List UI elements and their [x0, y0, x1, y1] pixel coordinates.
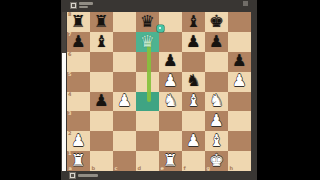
square-g6[interactable]	[205, 52, 228, 72]
white-knight-e4[interactable]: ♞	[159, 92, 182, 112]
square-e3[interactable]	[159, 111, 182, 131]
square-f7[interactable]: ♟	[182, 32, 205, 52]
white-pawn-h5[interactable]: ♟	[228, 72, 251, 92]
square-g8[interactable]: ♚	[205, 12, 228, 32]
square-b8[interactable]: ♜	[90, 12, 113, 32]
square-b6[interactable]	[90, 52, 113, 72]
square-h7[interactable]	[228, 32, 251, 52]
square-c6[interactable]	[113, 52, 136, 72]
bottom-player-name	[78, 174, 98, 177]
white-pawn-e5[interactable]: ♟	[159, 72, 182, 92]
white-pawn-c4[interactable]: ♟	[113, 92, 136, 112]
square-e2[interactable]	[159, 131, 182, 151]
square-g7[interactable]: ♟	[205, 32, 228, 52]
square-b7[interactable]: ♝	[90, 32, 113, 52]
square-d1[interactable]: d	[136, 151, 159, 171]
best-move-badge-icon	[157, 25, 164, 32]
top-player-rating	[79, 6, 88, 8]
rank-label-2: 2	[68, 131, 71, 136]
square-a4[interactable]: 4	[67, 92, 90, 112]
square-a3[interactable]: 3	[67, 111, 90, 131]
square-g5[interactable]	[205, 72, 228, 92]
square-c5[interactable]	[113, 72, 136, 92]
white-bishop-f4[interactable]: ♝	[182, 92, 205, 112]
file-label-a: a	[69, 166, 72, 171]
rank-label-8: 8	[68, 12, 71, 17]
black-rook-b8[interactable]: ♜	[90, 12, 113, 32]
square-f5[interactable]: ♞	[182, 72, 205, 92]
file-label-d: d	[138, 166, 142, 171]
square-b4[interactable]: ♟	[90, 92, 113, 112]
square-f3[interactable]	[182, 111, 205, 131]
file-label-f: f	[184, 166, 186, 171]
video-frame: 8♜♜♛♝♚7♟♝♛♟♟6♟♟5♟♞♟4♟♟♞♝♞3♟2♟♟♝1a♜bcde♜f…	[0, 0, 320, 180]
black-pawn-f7[interactable]: ♟	[182, 32, 205, 52]
file-label-e: e	[161, 166, 164, 171]
rank-label-1: 1	[68, 151, 71, 156]
file-label-h: h	[230, 166, 234, 171]
square-d3[interactable]	[136, 111, 159, 131]
square-b1[interactable]: b	[90, 151, 113, 171]
black-bishop-b7[interactable]: ♝	[90, 32, 113, 52]
square-a7[interactable]: 7♟	[67, 32, 90, 52]
file-label-g: g	[207, 166, 211, 171]
square-f2[interactable]: ♟	[182, 131, 205, 151]
file-label-c: c	[115, 166, 118, 171]
square-e4[interactable]: ♞	[159, 92, 182, 112]
square-b5[interactable]	[90, 72, 113, 92]
square-c1[interactable]: c	[113, 151, 136, 171]
white-pawn-f2[interactable]: ♟	[182, 131, 205, 151]
square-g2[interactable]: ♝	[205, 131, 228, 151]
square-e1[interactable]: e♜	[159, 151, 182, 171]
square-a2[interactable]: 2♟	[67, 131, 90, 151]
square-c7[interactable]	[113, 32, 136, 52]
square-e5[interactable]: ♟	[159, 72, 182, 92]
black-pawn-e6[interactable]: ♟	[159, 52, 182, 72]
black-bishop-f8[interactable]: ♝	[182, 12, 205, 32]
square-f1[interactable]: f	[182, 151, 205, 171]
top-player-avatar-icon	[70, 2, 77, 9]
square-g1[interactable]: g♚	[205, 151, 228, 171]
square-c4[interactable]: ♟	[113, 92, 136, 112]
square-a6[interactable]: 6	[67, 52, 90, 72]
square-c8[interactable]	[113, 12, 136, 32]
eval-bar	[62, 12, 66, 171]
white-knight-g4[interactable]: ♞	[205, 92, 228, 112]
square-h6[interactable]: ♟	[228, 52, 251, 72]
black-pawn-h6[interactable]: ♟	[228, 52, 251, 72]
rank-label-5: 5	[68, 72, 71, 77]
square-a1[interactable]: 1a♜	[67, 151, 90, 171]
square-b2[interactable]	[90, 131, 113, 151]
rank-label-6: 6	[68, 52, 71, 57]
square-g3[interactable]: ♟	[205, 111, 228, 131]
rank-label-7: 7	[68, 32, 71, 37]
black-pawn-g7[interactable]: ♟	[205, 32, 228, 52]
eval-bar-white-fill	[62, 53, 66, 171]
black-king-g8[interactable]: ♚	[205, 12, 228, 32]
square-c2[interactable]	[113, 131, 136, 151]
square-f6[interactable]	[182, 52, 205, 72]
top-player-name	[79, 2, 93, 5]
rank-label-3: 3	[68, 111, 71, 116]
square-e7[interactable]	[159, 32, 182, 52]
square-g4[interactable]: ♞	[205, 92, 228, 112]
square-h8[interactable]	[228, 12, 251, 32]
white-pawn-g3[interactable]: ♟	[205, 111, 228, 131]
square-a8[interactable]: 8♜	[67, 12, 90, 32]
square-a5[interactable]: 5	[67, 72, 90, 92]
square-h1[interactable]: h	[228, 151, 251, 171]
bottom-player-avatar-icon	[69, 172, 76, 179]
black-pawn-b4[interactable]: ♟	[90, 92, 113, 112]
square-d8[interactable]: ♛	[136, 12, 159, 32]
rank-label-4: 4	[68, 92, 71, 97]
square-f8[interactable]: ♝	[182, 12, 205, 32]
black-queen-d8[interactable]: ♛	[136, 12, 159, 32]
square-d2[interactable]	[136, 131, 159, 151]
chess-board[interactable]: 8♜♜♛♝♚7♟♝♛♟♟6♟♟5♟♞♟4♟♟♞♝♞3♟2♟♟♝1a♜bcde♜f…	[67, 12, 251, 171]
square-e6[interactable]: ♟	[159, 52, 182, 72]
square-h2[interactable]	[228, 131, 251, 151]
square-h5[interactable]: ♟	[228, 72, 251, 92]
white-bishop-g2[interactable]: ♝	[205, 131, 228, 151]
menu-icon[interactable]	[243, 1, 248, 6]
square-f4[interactable]: ♝	[182, 92, 205, 112]
black-knight-f5[interactable]: ♞	[182, 72, 205, 92]
square-c3[interactable]	[113, 111, 136, 131]
file-label-b: b	[92, 166, 96, 171]
square-h3[interactable]	[228, 111, 251, 131]
square-b3[interactable]	[90, 111, 113, 131]
suggestion-arrow-d7-d4	[147, 41, 152, 102]
square-h4[interactable]	[228, 92, 251, 112]
